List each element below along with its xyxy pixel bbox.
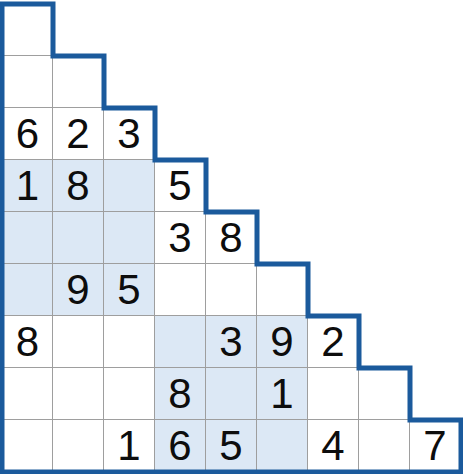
cell-r7c5[interactable]: 3 [206, 316, 257, 368]
cell-r8c3[interactable] [104, 368, 155, 420]
cell-r3c2[interactable]: 2 [53, 108, 104, 160]
cell-r8c5[interactable] [206, 368, 257, 420]
cell-r7c6[interactable]: 9 [257, 316, 308, 368]
cell-r6c5[interactable] [206, 264, 257, 316]
cell-r9c1[interactable] [2, 420, 53, 472]
cell-r3c3[interactable]: 3 [104, 108, 155, 160]
board-row-4: 185 [2, 160, 461, 212]
cell-r9c3[interactable]: 1 [104, 420, 155, 472]
cell-r9c9[interactable]: 7 [410, 420, 461, 472]
board-row-8: 81 [2, 368, 461, 420]
board-row-5: 38 [2, 212, 461, 264]
cell-r9c6[interactable] [257, 420, 308, 472]
cell-r7c4[interactable] [155, 316, 206, 368]
cell-r9c7[interactable]: 4 [308, 420, 359, 472]
cell-r4c3[interactable] [104, 160, 155, 212]
cell-r8c2[interactable] [53, 368, 104, 420]
cell-r2c1[interactable] [2, 56, 53, 108]
cell-r7c1[interactable]: 8 [2, 316, 53, 368]
cell-r6c1[interactable] [2, 264, 53, 316]
staircase-grid: 623185389583928116547 [2, 4, 461, 472]
cell-r4c1[interactable]: 1 [2, 160, 53, 212]
cell-r5c1[interactable] [2, 212, 53, 264]
cell-r5c3[interactable] [104, 212, 155, 264]
board-row-2 [2, 56, 461, 108]
board-row-7: 8392 [2, 316, 461, 368]
cell-r6c4[interactable] [155, 264, 206, 316]
cell-r8c6[interactable]: 1 [257, 368, 308, 420]
cell-r5c4[interactable]: 3 [155, 212, 206, 264]
cell-r1c1[interactable] [2, 4, 53, 56]
puzzle-board: 623185389583928116547 [0, 0, 463, 474]
cell-r4c4[interactable]: 5 [155, 160, 206, 212]
cell-r9c4[interactable]: 6 [155, 420, 206, 472]
cell-r7c7[interactable]: 2 [308, 316, 359, 368]
cell-r9c5[interactable]: 5 [206, 420, 257, 472]
cell-r4c2[interactable]: 8 [53, 160, 104, 212]
cell-r7c2[interactable] [53, 316, 104, 368]
cell-r8c4[interactable]: 8 [155, 368, 206, 420]
cell-r7c3[interactable] [104, 316, 155, 368]
board-row-3: 623 [2, 108, 461, 160]
cell-r8c8[interactable] [359, 368, 410, 420]
board-row-1 [2, 4, 461, 56]
cell-r6c2[interactable]: 9 [53, 264, 104, 316]
cell-r5c5[interactable]: 8 [206, 212, 257, 264]
cell-r8c7[interactable] [308, 368, 359, 420]
cell-r5c2[interactable] [53, 212, 104, 264]
board-row-6: 95 [2, 264, 461, 316]
cell-r6c3[interactable]: 5 [104, 264, 155, 316]
cell-r8c1[interactable] [2, 368, 53, 420]
cell-r3c1[interactable]: 6 [2, 108, 53, 160]
board-row-9: 16547 [2, 420, 461, 472]
cell-r2c2[interactable] [53, 56, 104, 108]
cell-r9c2[interactable] [53, 420, 104, 472]
cell-r6c6[interactable] [257, 264, 308, 316]
cell-r9c8[interactable] [359, 420, 410, 472]
